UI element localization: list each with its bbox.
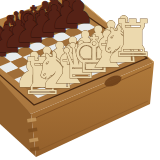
chess-box-scene: ♜♞♝♛♚♝♞♜♟♟♟♟♟♟♟♟♟♟♟♟♟♟♟♟♜♞♝♛♚♝♞♜ bbox=[0, 0, 160, 160]
chess-product-photo: ♜♞♝♛♚♝♞♜♟♟♟♟♟♟♟♟♟♟♟♟♟♟♟♟♜♞♝♛♚♝♞♜ bbox=[0, 0, 160, 160]
white-piece-r: ♜ bbox=[110, 9, 156, 68]
